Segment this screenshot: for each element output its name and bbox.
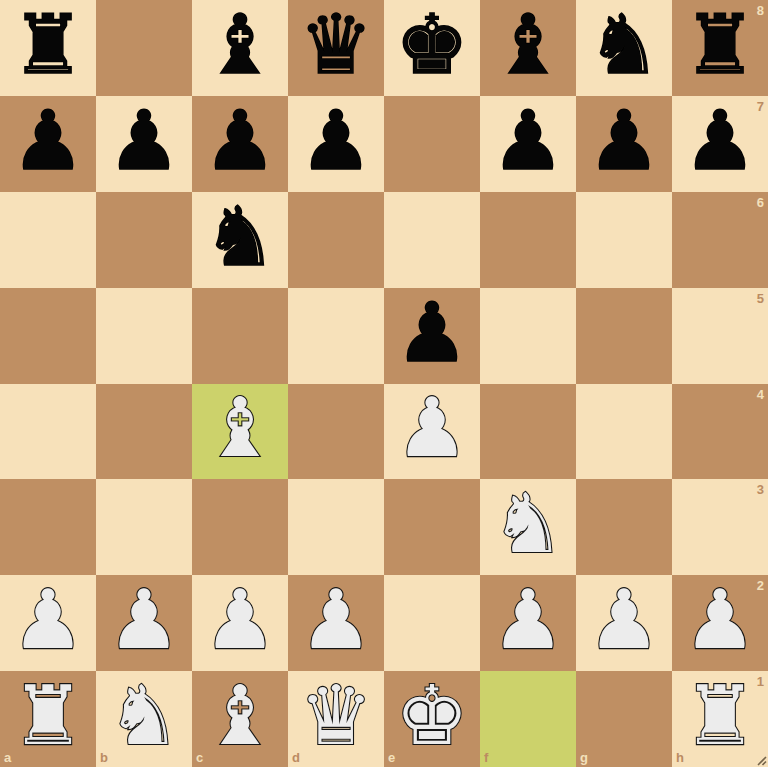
black-pawn-g7[interactable]: ♟ [587,100,661,182]
square-d8[interactable]: ♛ [288,0,384,96]
white-pawn-d2[interactable]: ♟ [299,579,373,661]
square-h4[interactable]: 4 [672,384,768,480]
square-g2[interactable]: ♟ [576,575,672,671]
file-label-f: f [484,751,488,764]
square-e3[interactable] [384,479,480,575]
square-b8[interactable] [96,0,192,96]
square-c3[interactable] [192,479,288,575]
square-h5[interactable]: 5 [672,288,768,384]
square-f4[interactable] [480,384,576,480]
rank-label-7: 7 [757,100,764,113]
square-a4[interactable] [0,384,96,480]
square-b2[interactable]: ♟ [96,575,192,671]
square-f3[interactable]: ♞ [480,479,576,575]
square-e6[interactable] [384,192,480,288]
square-c6[interactable]: ♞ [192,192,288,288]
square-h6[interactable]: 6 [672,192,768,288]
square-d3[interactable] [288,479,384,575]
square-f5[interactable] [480,288,576,384]
file-label-e: e [388,751,395,764]
square-h7[interactable]: 7♟ [672,96,768,192]
square-g6[interactable] [576,192,672,288]
square-g1[interactable]: g [576,671,672,767]
square-f1[interactable]: f [480,671,576,767]
square-c7[interactable]: ♟ [192,96,288,192]
black-knight-g8[interactable]: ♞ [587,4,661,86]
square-g7[interactable]: ♟ [576,96,672,192]
white-king-e1[interactable]: ♚ [395,675,469,757]
rank-label-5: 5 [757,292,764,305]
square-d5[interactable] [288,288,384,384]
black-pawn-c7[interactable]: ♟ [203,100,277,182]
square-d2[interactable]: ♟ [288,575,384,671]
square-f2[interactable]: ♟ [480,575,576,671]
rank-label-1: 1 [757,675,764,688]
black-pawn-d7[interactable]: ♟ [299,100,373,182]
white-rook-h1[interactable]: ♜ [683,675,757,757]
square-c2[interactable]: ♟ [192,575,288,671]
square-b7[interactable]: ♟ [96,96,192,192]
black-pawn-h7[interactable]: ♟ [683,100,757,182]
white-pawn-b2[interactable]: ♟ [107,579,181,661]
square-h8[interactable]: 8♜ [672,0,768,96]
white-pawn-g2[interactable]: ♟ [587,579,661,661]
black-knight-c6[interactable]: ♞ [203,196,277,278]
square-g4[interactable] [576,384,672,480]
square-f7[interactable]: ♟ [480,96,576,192]
resize-handle-icon[interactable] [753,752,767,766]
rank-label-6: 6 [757,196,764,209]
square-d4[interactable] [288,384,384,480]
square-a5[interactable] [0,288,96,384]
chess-board: ♜♝♛♚♝♞8♜♟♟♟♟♟♟7♟♞6♟5♝♟4♞3♟♟♟♟♟♟2♟a♜b♞c♝d… [0,0,768,767]
rank-label-4: 4 [757,388,764,401]
square-f6[interactable] [480,192,576,288]
square-a2[interactable]: ♟ [0,575,96,671]
square-e4[interactable]: ♟ [384,384,480,480]
black-bishop-c8[interactable]: ♝ [203,4,277,86]
black-pawn-e5[interactable]: ♟ [395,292,469,374]
square-g8[interactable]: ♞ [576,0,672,96]
square-b4[interactable] [96,384,192,480]
square-a1[interactable]: a♜ [0,671,96,767]
square-b5[interactable] [96,288,192,384]
black-pawn-a7[interactable]: ♟ [11,100,85,182]
black-king-e8[interactable]: ♚ [395,4,469,86]
square-d7[interactable]: ♟ [288,96,384,192]
white-pawn-f2[interactable]: ♟ [491,579,565,661]
file-label-g: g [580,751,588,764]
black-rook-a8[interactable]: ♜ [11,4,85,86]
black-bishop-f8[interactable]: ♝ [491,4,565,86]
square-b1[interactable]: b♞ [96,671,192,767]
white-bishop-c4[interactable]: ♝ [203,387,277,469]
white-knight-f3[interactable]: ♞ [491,483,565,565]
square-a8[interactable]: ♜ [0,0,96,96]
square-e1[interactable]: e♚ [384,671,480,767]
square-b6[interactable] [96,192,192,288]
rank-label-8: 8 [757,4,764,17]
square-d1[interactable]: d♛ [288,671,384,767]
black-pawn-b7[interactable]: ♟ [107,100,181,182]
square-a7[interactable]: ♟ [0,96,96,192]
square-h2[interactable]: 2♟ [672,575,768,671]
square-d6[interactable] [288,192,384,288]
square-c8[interactable]: ♝ [192,0,288,96]
square-e7[interactable] [384,96,480,192]
white-pawn-a2[interactable]: ♟ [11,579,85,661]
black-rook-h8[interactable]: ♜ [683,4,757,86]
black-queen-d8[interactable]: ♛ [299,4,373,86]
square-e5[interactable]: ♟ [384,288,480,384]
square-g3[interactable] [576,479,672,575]
square-e8[interactable]: ♚ [384,0,480,96]
rank-label-3: 3 [757,483,764,496]
file-label-a: a [4,751,11,764]
white-queen-d1[interactable]: ♛ [299,675,373,757]
square-f8[interactable]: ♝ [480,0,576,96]
square-h3[interactable]: 3 [672,479,768,575]
black-pawn-f7[interactable]: ♟ [491,100,565,182]
white-knight-b1[interactable]: ♞ [107,675,181,757]
file-label-c: c [196,751,203,764]
rank-label-2: 2 [757,579,764,592]
square-e2[interactable] [384,575,480,671]
square-a6[interactable] [0,192,96,288]
square-c4[interactable]: ♝ [192,384,288,480]
white-pawn-e4[interactable]: ♟ [395,387,469,469]
square-g5[interactable] [576,288,672,384]
white-bishop-c1[interactable]: ♝ [203,675,277,757]
square-a3[interactable] [0,479,96,575]
white-pawn-h2[interactable]: ♟ [683,579,757,661]
square-b3[interactable] [96,479,192,575]
white-rook-a1[interactable]: ♜ [11,675,85,757]
square-c5[interactable] [192,288,288,384]
white-pawn-c2[interactable]: ♟ [203,579,277,661]
square-c1[interactable]: c♝ [192,671,288,767]
